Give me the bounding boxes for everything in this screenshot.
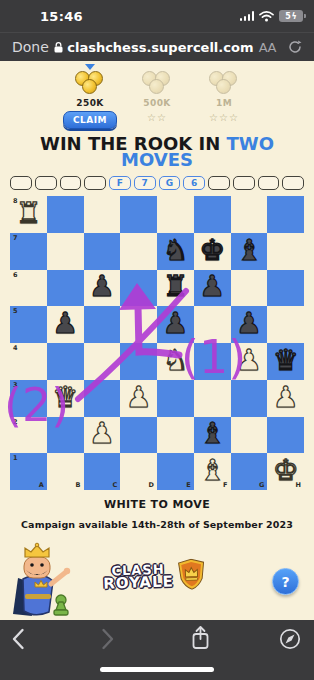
reload-button[interactable] bbox=[288, 40, 302, 54]
reward-1m: 1M ☆☆☆ bbox=[197, 64, 251, 124]
square-b3[interactable]: ♛ bbox=[47, 380, 84, 417]
home-indicator[interactable] bbox=[100, 667, 214, 672]
square-d5[interactable] bbox=[120, 306, 157, 343]
square-d2[interactable] bbox=[120, 417, 157, 454]
square-c2[interactable]: ♟ bbox=[84, 417, 121, 454]
reward-250k: 250K CLAIM bbox=[63, 64, 117, 129]
answer-slot-2 bbox=[35, 176, 57, 190]
square-h5[interactable] bbox=[267, 306, 304, 343]
lock-icon bbox=[54, 42, 63, 53]
black-rook-e6: ♜ bbox=[162, 272, 188, 301]
square-d1[interactable]: D bbox=[120, 453, 157, 490]
square-f6[interactable]: ♟ bbox=[194, 270, 231, 307]
square-d6[interactable] bbox=[120, 270, 157, 307]
square-b6[interactable] bbox=[47, 270, 84, 307]
white-pawn-c2: ♟ bbox=[89, 419, 115, 448]
rank-label-7: 7 bbox=[13, 234, 18, 242]
forward-button[interactable] bbox=[101, 628, 115, 650]
square-d4[interactable] bbox=[120, 343, 157, 380]
square-a1[interactable]: 1A bbox=[10, 453, 47, 490]
rank-label-2: 2 bbox=[13, 418, 18, 426]
white-queen-b3: ♛ bbox=[52, 383, 78, 412]
answer-slot-row: F7G6 bbox=[10, 176, 304, 190]
answer-slot-12 bbox=[282, 176, 304, 190]
status-bar: 15:46 5ϟ bbox=[0, 0, 314, 32]
square-e5[interactable]: ♟ bbox=[157, 306, 194, 343]
done-button[interactable]: Done bbox=[12, 39, 49, 55]
square-b4[interactable] bbox=[47, 343, 84, 380]
square-a5[interactable]: 5 bbox=[10, 306, 47, 343]
stars: ☆☆ bbox=[147, 112, 167, 124]
square-a8[interactable]: 8♜ bbox=[10, 196, 47, 233]
file-label-b: B bbox=[76, 481, 81, 489]
square-g2[interactable] bbox=[231, 417, 268, 454]
reward-label: 250K bbox=[76, 98, 103, 108]
square-f2[interactable]: ♝ bbox=[194, 417, 231, 454]
file-label-c: C bbox=[112, 481, 117, 489]
square-h1[interactable]: H♚ bbox=[267, 453, 304, 490]
square-c7[interactable] bbox=[84, 233, 121, 270]
puzzle-title: WIN THE ROOK IN TWO MOVES bbox=[0, 136, 314, 168]
title-line2: MOVES bbox=[121, 149, 193, 170]
chess-board: 8♜7♞♚♝6♟♜♟5♟♟♟4♞♟♛3♛♟♟2♟♝1ABCDEF♝GH♚ bbox=[10, 196, 304, 490]
white-bishop-f1: ♝ bbox=[199, 456, 225, 485]
rank-label-3: 3 bbox=[13, 381, 18, 389]
rank-label-1: 1 bbox=[13, 454, 18, 462]
square-b1[interactable]: B bbox=[47, 453, 84, 490]
square-e2[interactable] bbox=[157, 417, 194, 454]
square-b8[interactable] bbox=[47, 196, 84, 233]
help-button[interactable]: ? bbox=[272, 568, 299, 595]
square-h4[interactable]: ♛ bbox=[267, 343, 304, 380]
white-king-h1: ♚ bbox=[273, 456, 299, 485]
square-h8[interactable] bbox=[267, 196, 304, 233]
charging-bolt-icon: ϟ bbox=[291, 12, 296, 21]
square-a2[interactable]: 2 bbox=[10, 417, 47, 454]
status-icons: 5ϟ bbox=[240, 10, 304, 22]
square-h6[interactable] bbox=[267, 270, 304, 307]
answer-slot-3 bbox=[60, 176, 82, 190]
browser-toolbar bbox=[0, 620, 314, 680]
answer-slot-11 bbox=[258, 176, 280, 190]
stars: ☆☆☆ bbox=[209, 112, 239, 124]
square-g7[interactable]: ♝ bbox=[231, 233, 268, 270]
back-button[interactable] bbox=[11, 628, 25, 650]
square-f8[interactable] bbox=[194, 196, 231, 233]
battery-percent: 5 bbox=[285, 12, 291, 21]
square-g6[interactable] bbox=[231, 270, 268, 307]
white-rook-a8: ♜ bbox=[15, 199, 41, 228]
file-label-e: E bbox=[186, 481, 190, 489]
black-bishop-g7: ♝ bbox=[236, 236, 262, 265]
black-pawn-c6: ♟ bbox=[89, 272, 115, 301]
cellular-signal-icon bbox=[240, 11, 255, 21]
square-c1[interactable]: C bbox=[84, 453, 121, 490]
clash-king-character bbox=[8, 542, 74, 620]
black-knight-e7: ♞ bbox=[162, 236, 188, 265]
answer-slot-1 bbox=[10, 176, 32, 190]
answer-slot-5: F bbox=[109, 176, 131, 190]
file-label-g: G bbox=[259, 481, 264, 489]
black-pawn-f6: ♟ bbox=[199, 272, 225, 301]
square-b2[interactable] bbox=[47, 417, 84, 454]
reward-label: 500K bbox=[143, 98, 170, 108]
white-knight-e4: ♞ bbox=[162, 346, 188, 375]
black-pawn-b5: ♟ bbox=[52, 309, 78, 338]
square-a6[interactable]: 6 bbox=[10, 270, 47, 307]
side-to-move-caption: WHITE TO MOVE bbox=[0, 498, 314, 511]
rank-label-4: 4 bbox=[13, 344, 18, 352]
battery-icon: 5ϟ bbox=[279, 10, 303, 22]
title-blue-part: TWO bbox=[227, 133, 274, 154]
file-label-a: A bbox=[39, 481, 44, 489]
white-pawn-h3: ♟ bbox=[273, 383, 299, 412]
answer-slot-9 bbox=[208, 176, 230, 190]
text-size-button[interactable]: AA bbox=[259, 40, 276, 55]
square-f7[interactable]: ♚ bbox=[194, 233, 231, 270]
crowns-icon bbox=[209, 71, 240, 96]
selected-reward-pointer-icon bbox=[85, 64, 95, 70]
square-h3[interactable]: ♟ bbox=[267, 380, 304, 417]
square-e4[interactable]: ♞ bbox=[157, 343, 194, 380]
black-pawn-e5: ♟ bbox=[162, 309, 188, 338]
square-g4[interactable]: ♟ bbox=[231, 343, 268, 380]
square-c3[interactable] bbox=[84, 380, 121, 417]
wifi-icon bbox=[259, 11, 274, 22]
square-e3[interactable] bbox=[157, 380, 194, 417]
square-a7[interactable]: 7 bbox=[10, 233, 47, 270]
rewards-row: 250K CLAIM 500K ☆☆ 1M ☆☆☆ bbox=[0, 64, 314, 129]
footer: CLASH ROYALE ? bbox=[0, 538, 314, 620]
crowns-icon bbox=[142, 71, 173, 96]
square-c5[interactable] bbox=[84, 306, 121, 343]
white-pawn-g4: ♟ bbox=[236, 346, 262, 375]
answer-slot-7: G bbox=[159, 176, 181, 190]
black-pawn-g5: ♟ bbox=[236, 309, 262, 338]
answer-slot-10 bbox=[233, 176, 255, 190]
clock: 15:46 bbox=[40, 9, 83, 24]
square-f1[interactable]: F♝ bbox=[194, 453, 231, 490]
crowns-icon bbox=[75, 71, 106, 96]
campaign-caption: Campaign available 14th-28th of Septembe… bbox=[0, 519, 314, 530]
square-b7[interactable] bbox=[47, 233, 84, 270]
square-h2[interactable] bbox=[267, 417, 304, 454]
square-a4[interactable]: 4 bbox=[10, 343, 47, 380]
square-c6[interactable]: ♟ bbox=[84, 270, 121, 307]
square-d7[interactable] bbox=[120, 233, 157, 270]
address-field[interactable]: clashchess.supercell.com bbox=[49, 40, 259, 55]
square-g8[interactable] bbox=[231, 196, 268, 233]
rank-label-5: 5 bbox=[13, 307, 18, 315]
square-f3[interactable] bbox=[194, 380, 231, 417]
reward-label: 1M bbox=[216, 98, 232, 108]
black-queen-h4: ♛ bbox=[273, 346, 299, 375]
answer-slot-4 bbox=[84, 176, 106, 190]
logo-line2: ROYALE bbox=[103, 575, 174, 589]
black-king-f7: ♚ bbox=[199, 236, 225, 265]
square-a3[interactable]: 3 bbox=[10, 380, 47, 417]
square-g3[interactable] bbox=[231, 380, 268, 417]
logo-shield-icon bbox=[177, 558, 205, 590]
claim-button[interactable]: CLAIM bbox=[63, 111, 117, 129]
square-f4[interactable] bbox=[194, 343, 231, 380]
share-button[interactable] bbox=[190, 625, 211, 651]
square-d3[interactable]: ♟ bbox=[120, 380, 157, 417]
file-label-d: D bbox=[149, 481, 154, 489]
square-b5[interactable]: ♟ bbox=[47, 306, 84, 343]
square-e8[interactable] bbox=[157, 196, 194, 233]
black-bishop-f2: ♝ bbox=[199, 419, 225, 448]
rank-label-6: 6 bbox=[13, 271, 18, 279]
square-h7[interactable] bbox=[267, 233, 304, 270]
square-g1[interactable]: G bbox=[231, 453, 268, 490]
square-d8[interactable] bbox=[120, 196, 157, 233]
reward-500k: 500K ☆☆ bbox=[130, 64, 184, 124]
square-c8[interactable] bbox=[84, 196, 121, 233]
answer-slot-8: 6 bbox=[183, 176, 205, 190]
square-e7[interactable]: ♞ bbox=[157, 233, 194, 270]
square-f5[interactable] bbox=[194, 306, 231, 343]
square-g5[interactable]: ♟ bbox=[231, 306, 268, 343]
white-pawn-d3: ♟ bbox=[126, 383, 152, 412]
answer-slot-6: 7 bbox=[134, 176, 156, 190]
clash-royale-logo: CLASH ROYALE bbox=[102, 558, 205, 593]
url-text: clashchess.supercell.com bbox=[67, 40, 253, 55]
square-c4[interactable] bbox=[84, 343, 121, 380]
open-in-safari-button[interactable] bbox=[279, 628, 301, 650]
square-e1[interactable]: E bbox=[157, 453, 194, 490]
square-e6[interactable]: ♜ bbox=[157, 270, 194, 307]
browser-url-bar: Done clashchess.supercell.com AA bbox=[0, 32, 314, 61]
